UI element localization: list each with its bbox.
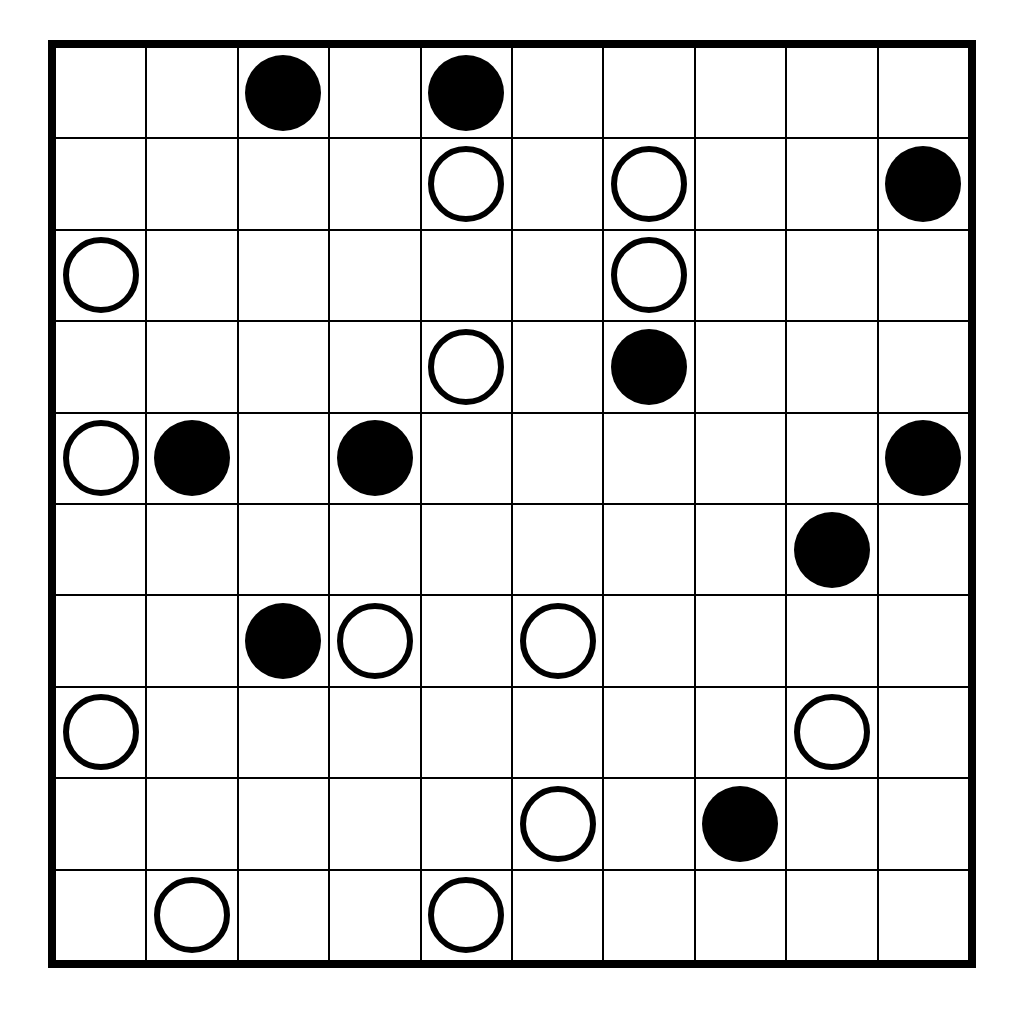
cell-r4c10[interactable] [879, 322, 968, 411]
cell-r8c9[interactable] [787, 688, 876, 777]
masyu-board [48, 40, 976, 968]
cell-r9c9[interactable] [787, 779, 876, 868]
cell-r6c2[interactable] [147, 505, 236, 594]
cell-r4c1[interactable] [56, 322, 145, 411]
cell-r10c10[interactable] [879, 871, 968, 960]
cell-r3c3[interactable] [239, 231, 328, 320]
cell-r5c4[interactable] [330, 414, 419, 503]
cell-r7c1[interactable] [56, 596, 145, 685]
cell-r7c4[interactable] [330, 596, 419, 685]
cell-r9c2[interactable] [147, 779, 236, 868]
cell-r3c6[interactable] [513, 231, 602, 320]
cell-r10c6[interactable] [513, 871, 602, 960]
cell-r4c9[interactable] [787, 322, 876, 411]
cell-r2c9[interactable] [787, 139, 876, 228]
cell-r3c9[interactable] [787, 231, 876, 320]
cell-r2c1[interactable] [56, 139, 145, 228]
cell-r7c7[interactable] [604, 596, 693, 685]
cell-r6c5[interactable] [422, 505, 511, 594]
white-pearl [63, 237, 139, 313]
cell-r3c1[interactable] [56, 231, 145, 320]
white-pearl [520, 786, 596, 862]
cell-r1c1[interactable] [56, 48, 145, 137]
white-pearl [63, 420, 139, 496]
cell-r9c1[interactable] [56, 779, 145, 868]
cell-r6c9[interactable] [787, 505, 876, 594]
white-pearl [428, 877, 504, 953]
cell-r10c8[interactable] [696, 871, 785, 960]
black-pearl [245, 603, 321, 679]
cell-r9c8[interactable] [696, 779, 785, 868]
white-pearl [154, 877, 230, 953]
cell-r5c8[interactable] [696, 414, 785, 503]
black-pearl [154, 420, 230, 496]
cell-r1c4[interactable] [330, 48, 419, 137]
cell-r6c4[interactable] [330, 505, 419, 594]
black-pearl [611, 329, 687, 405]
cell-r4c3[interactable] [239, 322, 328, 411]
cell-r3c5[interactable] [422, 231, 511, 320]
black-pearl [337, 420, 413, 496]
cell-r6c7[interactable] [604, 505, 693, 594]
cell-r1c5[interactable] [422, 48, 511, 137]
cell-r8c7[interactable] [604, 688, 693, 777]
masyu-puzzle-page [0, 0, 1024, 1024]
cell-r3c4[interactable] [330, 231, 419, 320]
cell-r1c8[interactable] [696, 48, 785, 137]
cell-r5c2[interactable] [147, 414, 236, 503]
cell-r6c10[interactable] [879, 505, 968, 594]
cell-r1c9[interactable] [787, 48, 876, 137]
cell-r2c5[interactable] [422, 139, 511, 228]
cell-r1c10[interactable] [879, 48, 968, 137]
cell-r2c3[interactable] [239, 139, 328, 228]
cell-r10c5[interactable] [422, 871, 511, 960]
cell-r5c7[interactable] [604, 414, 693, 503]
cell-r5c1[interactable] [56, 414, 145, 503]
cell-r7c3[interactable] [239, 596, 328, 685]
cell-r2c4[interactable] [330, 139, 419, 228]
cell-r8c6[interactable] [513, 688, 602, 777]
cell-r7c8[interactable] [696, 596, 785, 685]
cell-r8c3[interactable] [239, 688, 328, 777]
cell-r1c7[interactable] [604, 48, 693, 137]
cell-r4c6[interactable] [513, 322, 602, 411]
cell-r2c2[interactable] [147, 139, 236, 228]
cell-r4c7[interactable] [604, 322, 693, 411]
cell-r3c8[interactable] [696, 231, 785, 320]
cell-r10c2[interactable] [147, 871, 236, 960]
cell-r4c4[interactable] [330, 322, 419, 411]
cell-r9c7[interactable] [604, 779, 693, 868]
cell-r1c2[interactable] [147, 48, 236, 137]
cell-r6c6[interactable] [513, 505, 602, 594]
white-pearl [611, 237, 687, 313]
cell-r3c7[interactable] [604, 231, 693, 320]
cell-r5c6[interactable] [513, 414, 602, 503]
black-pearl [702, 786, 778, 862]
cell-r10c4[interactable] [330, 871, 419, 960]
cell-r2c6[interactable] [513, 139, 602, 228]
white-pearl [611, 146, 687, 222]
cell-r2c7[interactable] [604, 139, 693, 228]
cell-r5c10[interactable] [879, 414, 968, 503]
cell-r10c7[interactable] [604, 871, 693, 960]
cell-r5c3[interactable] [239, 414, 328, 503]
cell-r7c5[interactable] [422, 596, 511, 685]
cell-r10c1[interactable] [56, 871, 145, 960]
cell-r1c6[interactable] [513, 48, 602, 137]
cell-r8c8[interactable] [696, 688, 785, 777]
white-pearl [337, 603, 413, 679]
cell-r4c8[interactable] [696, 322, 785, 411]
white-pearl [428, 146, 504, 222]
cell-r9c5[interactable] [422, 779, 511, 868]
white-pearl [794, 694, 870, 770]
cell-r8c10[interactable] [879, 688, 968, 777]
cell-r7c2[interactable] [147, 596, 236, 685]
white-pearl [63, 694, 139, 770]
cell-r6c8[interactable] [696, 505, 785, 594]
cell-r4c2[interactable] [147, 322, 236, 411]
cell-r7c9[interactable] [787, 596, 876, 685]
cell-r9c10[interactable] [879, 779, 968, 868]
cell-r3c10[interactable] [879, 231, 968, 320]
cell-r8c2[interactable] [147, 688, 236, 777]
cell-r6c1[interactable] [56, 505, 145, 594]
cell-r5c5[interactable] [422, 414, 511, 503]
black-pearl [885, 146, 961, 222]
cell-r2c8[interactable] [696, 139, 785, 228]
black-pearl [885, 420, 961, 496]
cell-r10c3[interactable] [239, 871, 328, 960]
cell-r1c3[interactable] [239, 48, 328, 137]
cell-r7c6[interactable] [513, 596, 602, 685]
cell-r7c10[interactable] [879, 596, 968, 685]
cell-r9c6[interactable] [513, 779, 602, 868]
black-pearl [428, 55, 504, 131]
cell-r4c5[interactable] [422, 322, 511, 411]
white-pearl [520, 603, 596, 679]
cell-r5c9[interactable] [787, 414, 876, 503]
cell-r8c5[interactable] [422, 688, 511, 777]
cell-r9c4[interactable] [330, 779, 419, 868]
cell-r2c10[interactable] [879, 139, 968, 228]
cell-r9c3[interactable] [239, 779, 328, 868]
cell-r8c1[interactable] [56, 688, 145, 777]
cell-r6c3[interactable] [239, 505, 328, 594]
cell-r8c4[interactable] [330, 688, 419, 777]
black-pearl [794, 512, 870, 588]
black-pearl [245, 55, 321, 131]
cell-r3c2[interactable] [147, 231, 236, 320]
white-pearl [428, 329, 504, 405]
cell-r10c9[interactable] [787, 871, 876, 960]
